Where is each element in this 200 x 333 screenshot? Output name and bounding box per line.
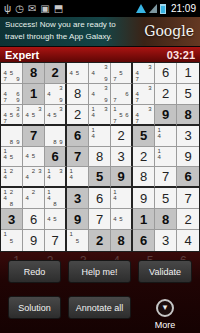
cell-r8c7[interactable]: 1 <box>133 209 155 230</box>
entered-digit: 4 <box>184 234 191 247</box>
cell-r3c8[interactable]: 9 <box>155 105 177 126</box>
pencil-marks: 89 <box>2 127 21 145</box>
given-digit: 9 <box>74 213 81 226</box>
cell-r2c1[interactable]: 4679 <box>1 84 23 105</box>
cell-r8c9[interactable]: 2 <box>177 209 199 230</box>
given-digit: 9 <box>162 108 169 121</box>
cell-r2c6[interactable]: 67 <box>111 84 133 105</box>
given-digit: 8 <box>30 66 37 79</box>
cell-r6c6[interactable]: 9 <box>111 167 133 188</box>
cell-r6c8[interactable]: 7 <box>155 167 177 188</box>
cell-r1c9[interactable]: 1 <box>177 63 199 84</box>
entered-digit: 9 <box>184 150 191 163</box>
cell-r2c8[interactable]: 2 <box>155 84 177 105</box>
cell-r1c3[interactable]: 2 <box>45 63 67 84</box>
cell-r6c4[interactable]: 14 <box>67 167 89 188</box>
given-digit: 6 <box>140 234 147 247</box>
cell-r8c2[interactable]: 6 <box>23 209 45 230</box>
cell-r3c3[interactable]: 345 <box>45 105 67 126</box>
pencil-marks: 14 <box>112 189 130 207</box>
cell-r5c1[interactable]: 145 <box>1 147 23 168</box>
cell-r9c5[interactable]: 2 <box>89 230 111 251</box>
pencil-marks: 45 <box>46 210 64 228</box>
entered-digit: 8 <box>96 150 103 163</box>
cell-r5c5[interactable]: 8 <box>89 147 111 168</box>
pencil-marks: 134 <box>46 168 64 185</box>
mail-icon: ✉ <box>28 0 36 17</box>
ad-banner[interactable]: Success! Now you are ready to travel thr… <box>0 17 200 47</box>
entered-digit: 1 <box>184 66 191 79</box>
cell-r5c3[interactable]: 6 <box>45 147 67 168</box>
cell-r7c6[interactable]: 14 <box>111 188 133 209</box>
cell-r4c1[interactable]: 89 <box>1 126 23 147</box>
cell-r3c9[interactable]: 8 <box>177 105 199 126</box>
cell-r7c9[interactable]: 7 <box>177 188 199 209</box>
cell-r3c1[interactable]: 34567 <box>1 105 23 126</box>
cell-r8c1[interactable]: 3 <box>1 209 23 230</box>
cell-r5c7[interactable]: 2 <box>133 147 155 168</box>
given-digit: 7 <box>30 129 37 142</box>
sudoku-board: 4579824534957347614679134983496734725345… <box>0 62 200 252</box>
cell-r3c6[interactable]: 1567 <box>111 105 133 126</box>
entered-digit: 3 <box>162 234 169 247</box>
pencil-marks: 57 <box>112 64 130 82</box>
cell-r1c8[interactable]: 6 <box>155 63 177 84</box>
solution-button[interactable]: Solution <box>8 296 61 319</box>
entered-digit: 2 <box>117 129 124 142</box>
status-icons-left: ψ◷✉▣⬒ <box>4 0 63 17</box>
cell-r6c7[interactable]: 8 <box>133 167 155 188</box>
given-digit: 6 <box>74 129 81 142</box>
cell-r9c4[interactable]: 15 <box>67 230 89 251</box>
alarm-icon: ◷ <box>15 0 24 17</box>
cell-r6c9[interactable]: 6 <box>177 167 199 188</box>
cell-r3c5[interactable]: 134 <box>89 105 111 126</box>
given-digit: 2 <box>51 66 58 79</box>
pencil-marks: 14 <box>68 168 87 185</box>
cell-r7c2[interactable]: 24 <box>23 188 45 209</box>
cell-r6c3[interactable]: 134 <box>45 167 67 188</box>
pencil-marks: 148 <box>46 189 64 207</box>
cell-r6c1[interactable]: 124 <box>1 167 23 188</box>
entered-digit: 3 <box>184 129 191 142</box>
given-digit: 6 <box>51 150 58 163</box>
entered-digit: 7 <box>96 213 103 226</box>
cell-r9c6[interactable]: 8 <box>111 230 133 251</box>
cell-r2c5[interactable]: 349 <box>89 84 111 105</box>
given-digit: 6 <box>184 170 191 183</box>
given-digit: 5 <box>140 129 147 142</box>
cell-r2c7[interactable]: 347 <box>133 84 155 105</box>
cell-r7c4[interactable]: 3 <box>67 188 89 209</box>
message-icon: ▣ <box>40 0 49 17</box>
cell-r1c6[interactable]: 57 <box>111 63 133 84</box>
pencil-marks: 4579 <box>2 64 21 82</box>
given-digit: 7 <box>74 150 81 163</box>
pencil-marks: 15 <box>2 231 21 250</box>
entered-digit: 2 <box>162 87 169 100</box>
cell-r9c9[interactable]: 4 <box>177 230 199 251</box>
cell-r8c4[interactable]: 9 <box>67 209 89 230</box>
redo-button[interactable]: Redo <box>8 260 61 283</box>
cell-r7c5[interactable]: 6 <box>89 188 111 209</box>
pencil-marks: 45 <box>112 210 130 228</box>
cell-r5c8[interactable]: 14 <box>155 147 177 168</box>
cell-r4c7[interactable]: 5 <box>133 126 155 147</box>
given-digit: 8 <box>162 213 169 226</box>
pencil-marks: 345 <box>24 106 43 123</box>
cell-r1c1[interactable]: 4579 <box>1 63 23 84</box>
difficulty-label: Expert <box>5 49 39 61</box>
pencil-marks: 349 <box>90 85 109 103</box>
cell-r9c7[interactable]: 6 <box>133 230 155 251</box>
given-digit: 1 <box>140 213 147 226</box>
pencil-marks: 234 <box>24 168 43 185</box>
pencil-marks: 34567 <box>2 106 21 123</box>
entered-digit: 8 <box>74 87 81 100</box>
cell-r5c6[interactable]: 3 <box>111 147 133 168</box>
given-digit: 3 <box>74 192 81 205</box>
cell-r4c2[interactable]: 7 <box>23 126 45 147</box>
shop-icon: ⬒ <box>54 0 63 17</box>
cell-r4c4[interactable]: 6 <box>67 126 89 147</box>
entered-digit: 3 <box>117 150 124 163</box>
given-digit: 5 <box>96 170 103 183</box>
entered-digit: 8 <box>140 170 147 183</box>
cell-r2c4[interactable]: 8 <box>67 84 89 105</box>
pencil-marks: 347 <box>134 64 153 82</box>
cell-r4c9[interactable]: 3 <box>177 126 199 147</box>
pencil-marks: 347 <box>134 106 153 123</box>
more-button[interactable]: ▾ More <box>138 299 192 330</box>
cell-r9c2[interactable]: 9 <box>23 230 45 251</box>
cell-r2c3[interactable]: 349 <box>45 84 67 105</box>
pencil-marks: 15 <box>68 231 87 250</box>
cell-r6c2[interactable]: 234 <box>23 167 45 188</box>
entered-digit: 5 <box>162 192 169 205</box>
pencil-marks: 349 <box>90 64 109 82</box>
usb-icon: ψ <box>4 0 11 17</box>
entered-digit: 9 <box>140 192 147 205</box>
pencil-marks: 145 <box>2 148 21 166</box>
entered-digit: 7 <box>184 192 191 205</box>
pencil-marks: 14 <box>156 148 175 166</box>
pencil-marks: 345 <box>46 106 64 123</box>
cell-r1c7[interactable]: 347 <box>133 63 155 84</box>
cell-r8c8[interactable]: 8 <box>155 209 177 230</box>
given-digit: 2 <box>96 234 103 247</box>
entered-digit: 5 <box>184 87 191 100</box>
entered-digit: 7 <box>162 170 169 183</box>
bottom-panel: 123456 789 Redo Help me! Validate Soluti… <box>0 252 200 333</box>
cell-r1c5[interactable]: 349 <box>89 63 111 84</box>
pencil-marks: 349 <box>46 85 64 103</box>
annotate-all-button[interactable]: Annotate all <box>68 296 131 319</box>
cell-r4c6[interactable]: 2 <box>111 126 133 147</box>
cell-r9c8[interactable]: 3 <box>155 230 177 251</box>
cell-r7c8[interactable]: 5 <box>155 188 177 209</box>
pencil-marks: 124 <box>2 168 21 185</box>
cell-r2c9[interactable]: 5 <box>177 84 199 105</box>
cell-r9c3[interactable]: 7 <box>45 230 67 251</box>
cell-r1c4[interactable]: 45 <box>67 63 89 84</box>
google-logo: Google <box>144 23 194 39</box>
cell-r3c2[interactable]: 345 <box>23 105 45 126</box>
pencil-marks: 14 <box>90 127 109 145</box>
pencil-marks: 4679 <box>2 85 21 103</box>
pencil-marks: 67 <box>112 85 130 103</box>
entered-digit: 6 <box>30 213 37 226</box>
help-button[interactable]: Help me! <box>68 260 131 283</box>
entered-digit: 6 <box>96 192 103 205</box>
entered-digit: 7 <box>51 234 58 247</box>
pencil-marks: 89 <box>46 127 64 145</box>
cell-r5c9[interactable]: 9 <box>177 147 199 168</box>
entered-digit: 9 <box>30 234 37 247</box>
status-bar: ψ◷✉▣⬒ 21:09 <box>0 0 200 17</box>
entered-digit: 6 <box>162 66 169 79</box>
cell-r4c3[interactable]: 89 <box>45 126 67 147</box>
cell-r7c1[interactable]: 1248 <box>1 188 23 209</box>
given-digit: 9 <box>117 170 124 183</box>
cell-r7c3[interactable]: 148 <box>45 188 67 209</box>
cell-r3c7[interactable]: 347 <box>133 105 155 126</box>
pencil-marks: 14 <box>156 127 175 145</box>
cell-r5c2[interactable]: 45 <box>23 147 45 168</box>
pencil-marks: 1567 <box>112 106 130 123</box>
signal-icon <box>149 4 157 13</box>
more-label: More <box>138 320 192 330</box>
given-digit: 1 <box>30 87 37 100</box>
status-icons-right: 21:09 <box>136 3 196 14</box>
given-digit: 8 <box>184 108 191 121</box>
cell-r8c5[interactable]: 7 <box>89 209 111 230</box>
cell-r5c4[interactable]: 7 <box>67 147 89 168</box>
pencil-marks: 1248 <box>2 189 21 207</box>
given-digit: 3 <box>8 213 15 226</box>
pencil-marks: 134 <box>90 106 109 123</box>
pencil-marks: 347 <box>134 85 153 103</box>
cell-r4c5[interactable]: 14 <box>89 126 111 147</box>
cell-r6c5[interactable]: 5 <box>89 167 111 188</box>
cell-r4c8[interactable]: 14 <box>155 126 177 147</box>
status-clock: 21:09 <box>171 3 196 14</box>
game-timer: 03:21 <box>167 49 195 61</box>
cell-r2c2[interactable]: 1 <box>23 84 45 105</box>
entered-digit: 2 <box>184 213 191 226</box>
cell-r7c7[interactable]: 9 <box>133 188 155 209</box>
wifi-icon <box>136 4 146 13</box>
pencil-marks: 45 <box>68 64 87 82</box>
chevron-down-icon[interactable]: ▾ <box>156 299 174 317</box>
cell-r8c6[interactable]: 45 <box>111 209 133 230</box>
pencil-marks: 45 <box>24 148 43 166</box>
game-header: Expert 03:21 <box>0 47 200 62</box>
given-digit: 8 <box>117 234 124 247</box>
battery-icon <box>160 4 166 14</box>
cell-r9c1[interactable]: 15 <box>1 230 23 251</box>
cell-r1c2[interactable]: 8 <box>23 63 45 84</box>
entered-digit: 2 <box>74 108 81 121</box>
validate-button[interactable]: Validate <box>138 260 192 283</box>
cell-r3c4[interactable]: 2 <box>67 105 89 126</box>
pencil-marks: 24 <box>24 189 43 207</box>
entered-digit: 2 <box>140 150 147 163</box>
cell-r8c3[interactable]: 45 <box>45 209 67 230</box>
